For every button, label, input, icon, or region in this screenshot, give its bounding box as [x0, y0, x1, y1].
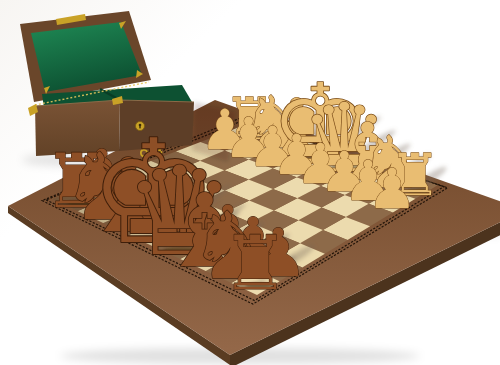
chess-scene-svg: ♜♞♟♝♟♚♟♛♟♝♟♞♟♜♟♟♜♟♟♞♟♝♟♟♚♟♛♟♝♟♞♜ [0, 0, 500, 365]
chess-set-product-photo: ♜♞♟♝♟♚♟♛♟♝♟♞♟♜♟♟♜♟♟♞♟♝♟♟♚♟♛♟♝♟♞♜ [0, 0, 500, 365]
piece-black-rook-a8[interactable]: ♜ [222, 220, 289, 307]
piece-white-pawn-a2[interactable]: ♟ [367, 157, 417, 221]
